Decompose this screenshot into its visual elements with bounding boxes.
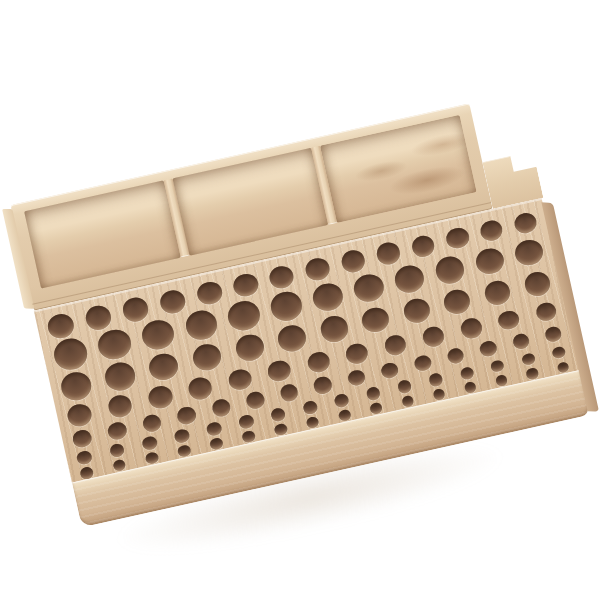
tool-hole — [268, 289, 304, 323]
tool-hole — [190, 341, 224, 373]
tool-hole — [397, 379, 413, 394]
tool-hole — [304, 256, 332, 283]
tool-hole — [446, 347, 466, 366]
tool-hole — [410, 233, 437, 258]
tool-hole — [497, 309, 521, 332]
tool-hole — [318, 314, 350, 345]
tool-hole — [238, 414, 255, 430]
tool-hole — [464, 381, 477, 394]
tool-hole — [444, 226, 470, 251]
tool-hole — [139, 317, 177, 353]
tool-hole — [108, 442, 125, 459]
compartment-middle — [172, 148, 328, 256]
tool-hole — [276, 323, 309, 354]
tool-hole — [511, 332, 530, 350]
tool-hole — [473, 246, 506, 277]
tool-hole — [344, 342, 370, 366]
tool-hole — [141, 435, 158, 451]
tool-hole — [521, 352, 536, 366]
tool-hole — [96, 326, 134, 362]
tool-hole — [279, 383, 300, 403]
tool-hole — [147, 351, 181, 383]
tool-hole — [513, 211, 539, 235]
tool-hole — [442, 287, 473, 316]
tool-hole — [421, 325, 446, 348]
tool-hole — [551, 345, 566, 359]
tool-hole — [339, 248, 367, 274]
tool-hole — [352, 272, 387, 305]
tool-hole — [401, 296, 432, 326]
tool-hole — [459, 317, 483, 340]
tool-hole — [313, 376, 334, 395]
tool-hole — [206, 421, 223, 437]
tool-hole — [231, 272, 260, 299]
tool-hole — [103, 360, 138, 393]
tool-hole — [393, 263, 427, 295]
tool-hole — [210, 398, 231, 418]
tool-hole — [526, 368, 539, 380]
tool-hole — [365, 386, 381, 401]
tool-hole — [479, 218, 505, 243]
tool-hole — [534, 301, 558, 323]
tool-hole — [106, 420, 128, 441]
tool-hole — [226, 298, 263, 333]
tool-hole — [183, 308, 220, 343]
tool-hole — [59, 370, 94, 403]
tool-hole — [266, 358, 292, 383]
tool-hole — [346, 368, 366, 387]
tool-hole — [334, 393, 350, 408]
compartment-right — [320, 115, 476, 223]
tool-hole — [459, 366, 474, 381]
tool-hole — [158, 287, 187, 315]
tool-hole — [187, 376, 214, 402]
tool-hole — [227, 367, 254, 392]
tool-hole — [310, 280, 345, 314]
tool-hole — [268, 264, 296, 291]
tool-hole — [51, 336, 90, 373]
tool-hole — [523, 270, 553, 298]
tool-hole — [482, 279, 512, 308]
tool-hole — [174, 428, 191, 444]
tool-hole — [513, 237, 546, 268]
tool-hole — [490, 359, 505, 373]
tool-hole — [176, 405, 198, 425]
tool-hole — [413, 354, 433, 373]
tool-hole — [360, 305, 392, 335]
tool-hole — [544, 325, 563, 343]
tool-hole — [147, 384, 174, 410]
tool-hole — [375, 241, 402, 267]
tool-hole — [433, 254, 467, 286]
tool-hole — [141, 413, 163, 434]
tool-hole — [71, 428, 93, 449]
tool-hole — [106, 393, 134, 419]
tool-hole — [195, 279, 224, 306]
compartment-left — [24, 180, 180, 288]
tool-hole — [270, 407, 286, 423]
tool-hole — [65, 402, 93, 429]
tool-hole — [305, 350, 331, 375]
tool-hole — [302, 400, 318, 416]
tool-hole — [495, 374, 508, 386]
tool-hole — [383, 333, 408, 357]
tool-hole — [76, 449, 94, 466]
tool-hole — [380, 361, 400, 380]
product-photo — [0, 0, 600, 600]
tool-hole — [233, 332, 266, 364]
tool-hole — [245, 390, 266, 410]
tool-hole — [479, 340, 498, 358]
tool-hole — [428, 372, 444, 387]
tool-hole — [557, 361, 570, 373]
